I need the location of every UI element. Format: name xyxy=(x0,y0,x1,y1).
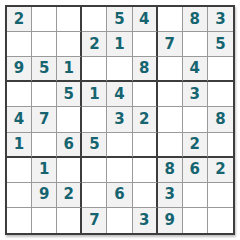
cell-r5c6[interactable]: 2 xyxy=(133,107,158,132)
cell-r7c5[interactable] xyxy=(107,158,132,183)
cell-r1c9[interactable]: 3 xyxy=(208,7,233,32)
cell-r9c8[interactable] xyxy=(183,208,208,233)
cell-r8c5[interactable]: 6 xyxy=(107,183,132,208)
cell-r7c3[interactable] xyxy=(57,158,82,183)
cell-r6c9[interactable] xyxy=(208,133,233,158)
cell-r9c6[interactable]: 3 xyxy=(133,208,158,233)
cell-r8c9[interactable] xyxy=(208,183,233,208)
cell-r3c3[interactable]: 1 xyxy=(57,57,82,82)
cell-r1c4[interactable] xyxy=(82,7,107,32)
cell-r9c7[interactable]: 9 xyxy=(158,208,183,233)
cell-r1c1[interactable]: 2 xyxy=(7,7,32,32)
cell-r7c2[interactable]: 1 xyxy=(32,158,57,183)
cell-r3c7[interactable] xyxy=(158,57,183,82)
cell-r5c7[interactable] xyxy=(158,107,183,132)
cell-r8c8[interactable] xyxy=(183,183,208,208)
cell-r6c7[interactable] xyxy=(158,133,183,158)
cell-r1c8[interactable]: 8 xyxy=(183,7,208,32)
cell-r6c8[interactable]: 2 xyxy=(183,133,208,158)
cell-r5c4[interactable] xyxy=(82,107,107,132)
cell-r9c5[interactable] xyxy=(107,208,132,233)
cell-r2c5[interactable]: 1 xyxy=(107,32,132,57)
cell-r8c2[interactable]: 9 xyxy=(32,183,57,208)
cell-r8c3[interactable]: 2 xyxy=(57,183,82,208)
cell-r8c6[interactable] xyxy=(133,183,158,208)
cell-r8c1[interactable] xyxy=(7,183,32,208)
cell-r3c5[interactable] xyxy=(107,57,132,82)
cell-r9c4[interactable]: 7 xyxy=(82,208,107,233)
sudoku-board: 25483217595184514347328165218629263739 xyxy=(5,5,235,235)
sudoku-app: 25483217595184514347328165218629263739 xyxy=(0,0,240,240)
cell-r1c2[interactable] xyxy=(32,7,57,32)
cell-r2c9[interactable]: 5 xyxy=(208,32,233,57)
cell-r5c9[interactable]: 8 xyxy=(208,107,233,132)
cell-r4c5[interactable]: 4 xyxy=(107,82,132,107)
cell-r3c1[interactable]: 9 xyxy=(7,57,32,82)
cell-r4c2[interactable] xyxy=(32,82,57,107)
cell-r5c8[interactable] xyxy=(183,107,208,132)
cell-r2c4[interactable]: 2 xyxy=(82,32,107,57)
cell-r6c2[interactable] xyxy=(32,133,57,158)
cell-r2c1[interactable] xyxy=(7,32,32,57)
cell-r4c1[interactable] xyxy=(7,82,32,107)
cell-r9c3[interactable] xyxy=(57,208,82,233)
cell-r1c7[interactable] xyxy=(158,7,183,32)
cell-r4c3[interactable]: 5 xyxy=(57,82,82,107)
cell-r2c8[interactable] xyxy=(183,32,208,57)
cell-r9c2[interactable] xyxy=(32,208,57,233)
cell-r3c6[interactable]: 8 xyxy=(133,57,158,82)
cell-r2c6[interactable] xyxy=(133,32,158,57)
cell-r9c9[interactable] xyxy=(208,208,233,233)
cell-r3c2[interactable]: 5 xyxy=(32,57,57,82)
cell-r5c5[interactable]: 3 xyxy=(107,107,132,132)
cell-r2c7[interactable]: 7 xyxy=(158,32,183,57)
cell-r1c3[interactable] xyxy=(57,7,82,32)
cell-r4c6[interactable] xyxy=(133,82,158,107)
cell-r9c1[interactable] xyxy=(7,208,32,233)
cell-r7c9[interactable]: 2 xyxy=(208,158,233,183)
cell-r3c4[interactable] xyxy=(82,57,107,82)
cell-r6c4[interactable]: 5 xyxy=(82,133,107,158)
cell-r8c4[interactable] xyxy=(82,183,107,208)
cell-r8c7[interactable]: 3 xyxy=(158,183,183,208)
cell-r7c1[interactable] xyxy=(7,158,32,183)
cell-r5c1[interactable]: 4 xyxy=(7,107,32,132)
cell-r5c2[interactable]: 7 xyxy=(32,107,57,132)
cell-r7c6[interactable] xyxy=(133,158,158,183)
cell-r2c3[interactable] xyxy=(57,32,82,57)
cell-r3c8[interactable]: 4 xyxy=(183,57,208,82)
cell-r4c8[interactable]: 3 xyxy=(183,82,208,107)
cell-r5c3[interactable] xyxy=(57,107,82,132)
cell-r6c1[interactable]: 1 xyxy=(7,133,32,158)
cell-r6c6[interactable] xyxy=(133,133,158,158)
cell-r4c9[interactable] xyxy=(208,82,233,107)
cell-r7c4[interactable] xyxy=(82,158,107,183)
cell-r1c5[interactable]: 5 xyxy=(107,7,132,32)
cell-r7c8[interactable]: 6 xyxy=(183,158,208,183)
cell-r6c3[interactable]: 6 xyxy=(57,133,82,158)
cell-r7c7[interactable]: 8 xyxy=(158,158,183,183)
cell-r1c6[interactable]: 4 xyxy=(133,7,158,32)
cell-r4c4[interactable]: 1 xyxy=(82,82,107,107)
cell-r3c9[interactable] xyxy=(208,57,233,82)
cell-r4c7[interactable] xyxy=(158,82,183,107)
cell-r2c2[interactable] xyxy=(32,32,57,57)
cell-r6c5[interactable] xyxy=(107,133,132,158)
